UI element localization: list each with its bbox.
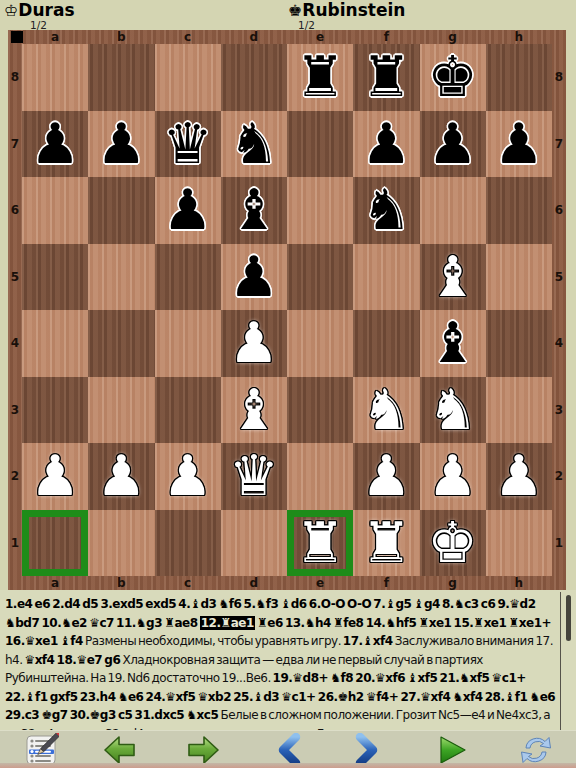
square-g2[interactable]: ♟ <box>420 443 486 510</box>
scrollbar-thumb[interactable] <box>566 595 571 641</box>
rank-label-6: 6 <box>552 177 566 244</box>
arrow-left-icon <box>102 734 138 766</box>
square-a1[interactable] <box>22 510 88 577</box>
piece-white-pawn-d4[interactable]: ♟ <box>221 310 287 377</box>
square-g7[interactable]: ♟ <box>420 111 486 178</box>
square-h6[interactable] <box>486 177 552 244</box>
square-e5[interactable] <box>287 244 353 311</box>
square-a6[interactable] <box>22 177 88 244</box>
file-label-e: e <box>287 30 353 44</box>
rank-label-2: 2 <box>8 443 22 510</box>
square-b5[interactable] <box>88 244 154 311</box>
piece-white-rook-f1[interactable]: ♜ <box>353 510 419 577</box>
square-e8[interactable]: ♜ <box>287 44 353 111</box>
file-label-e: e <box>287 576 353 590</box>
square-h8[interactable] <box>486 44 552 111</box>
square-c7[interactable]: ♛ <box>155 111 221 178</box>
file-label-g: g <box>420 576 486 590</box>
piece-black-bishop-g4[interactable]: ♝ <box>420 310 486 377</box>
square-e3[interactable] <box>287 377 353 444</box>
piece-black-pawn-b7[interactable]: ♟ <box>88 111 154 178</box>
piece-black-pawn-h7[interactable]: ♟ <box>486 111 552 178</box>
arrow-right-icon <box>185 734 221 766</box>
square-e4[interactable] <box>287 310 353 377</box>
piece-white-queen-d2[interactable]: ♛ <box>221 443 287 510</box>
square-d3[interactable]: ♝ <box>221 377 287 444</box>
rank-label-2: 2 <box>552 443 566 510</box>
piece-white-pawn-h2[interactable]: ♟ <box>486 443 552 510</box>
piece-white-knight-g3[interactable]: ♞ <box>420 377 486 444</box>
black-player: ♚Rubinstein 1/2 <box>288 1 405 31</box>
square-g5[interactable]: ♝ <box>420 244 486 311</box>
square-h7[interactable]: ♟ <box>486 111 552 178</box>
square-e1[interactable]: ♜ <box>287 510 353 577</box>
rank-label-5: 5 <box>552 244 566 311</box>
rank-label-8: 8 <box>552 44 566 111</box>
rank-label-4: 4 <box>8 310 22 377</box>
file-label-h: h <box>486 30 552 44</box>
piece-white-rook-e1[interactable]: ♜ <box>287 510 353 577</box>
piece-black-rook-f8[interactable]: ♜ <box>353 44 419 111</box>
notation-segment-4[interactable]: 17.♝xf4 <box>343 634 395 648</box>
refresh-icon <box>518 733 554 767</box>
square-b8[interactable] <box>88 44 154 111</box>
piece-black-knight-f6[interactable]: ♞ <box>353 177 419 244</box>
square-f5[interactable] <box>353 244 419 311</box>
square-g3[interactable]: ♞ <box>420 377 486 444</box>
piece-white-king-g1[interactable]: ♚ <box>420 510 486 577</box>
piece-black-knight-d7[interactable]: ♞ <box>221 111 287 178</box>
square-h4[interactable] <box>486 310 552 377</box>
square-b2[interactable]: ♟ <box>88 443 154 510</box>
square-h3[interactable] <box>486 377 552 444</box>
rank-label-5: 5 <box>8 244 22 311</box>
file-label-b: b <box>88 30 154 44</box>
square-d4[interactable]: ♟ <box>221 310 287 377</box>
square-f8[interactable]: ♜ <box>353 44 419 111</box>
square-c2[interactable]: ♟ <box>155 443 221 510</box>
piece-black-queen-c7[interactable]: ♛ <box>155 111 221 178</box>
rank-label-7: 7 <box>8 111 22 178</box>
file-labels-bottom: abcdefgh <box>22 576 552 590</box>
square-a8[interactable] <box>22 44 88 111</box>
rank-label-3: 3 <box>8 377 22 444</box>
autoplay-button[interactable] <box>434 733 470 767</box>
file-label-a: a <box>22 576 88 590</box>
bottom-edge-strip <box>0 763 576 768</box>
square-c6[interactable]: ♟ <box>155 177 221 244</box>
file-label-f: f <box>353 30 419 44</box>
refresh-button[interactable] <box>518 733 554 767</box>
black-to-move-indicator <box>11 31 23 43</box>
file-label-d: d <box>221 30 287 44</box>
square-h1[interactable] <box>486 510 552 577</box>
piece-black-pawn-f7[interactable]: ♟ <box>353 111 419 178</box>
square-d1[interactable] <box>221 510 287 577</box>
square-c1[interactable] <box>155 510 221 577</box>
square-a4[interactable] <box>22 310 88 377</box>
square-f1[interactable]: ♜ <box>353 510 419 577</box>
turn-indicator-corner <box>8 30 22 44</box>
square-d8[interactable] <box>221 44 287 111</box>
white-player: ♔Duras 1/2 <box>4 1 75 31</box>
square-d2[interactable]: ♛ <box>221 443 287 510</box>
piece-black-rook-e8[interactable]: ♜ <box>287 44 353 111</box>
piece-black-pawn-a7[interactable]: ♟ <box>22 111 88 178</box>
file-label-c: c <box>155 576 221 590</box>
square-c5[interactable] <box>155 244 221 311</box>
square-h5[interactable] <box>486 244 552 311</box>
square-f4[interactable] <box>353 310 419 377</box>
piece-black-pawn-g7[interactable]: ♟ <box>420 111 486 178</box>
game-header: ♔Duras 1/2 ♚Rubinstein 1/2 <box>0 0 576 30</box>
step-forward-button[interactable] <box>185 733 221 767</box>
square-h2[interactable]: ♟ <box>486 443 552 510</box>
black-player-name: ♚Rubinstein <box>288 1 405 20</box>
square-f3[interactable]: ♞ <box>353 377 419 444</box>
chevron-right-icon <box>350 733 382 767</box>
rank-label-1: 1 <box>552 510 566 577</box>
square-c4[interactable] <box>155 310 221 377</box>
chess-board: abcdefgh 87654321 ♜♜♚♟♟♛♞♟♟♟♟♝♞♟♝♟♝♝♞♞♟♟… <box>8 30 566 590</box>
white-player-name: ♔Duras <box>4 1 75 20</box>
square-c8[interactable] <box>155 44 221 111</box>
square-b3[interactable] <box>88 377 154 444</box>
square-b4[interactable] <box>88 310 154 377</box>
step-back-button[interactable] <box>102 733 138 767</box>
piece-white-bishop-d3[interactable]: ♝ <box>221 377 287 444</box>
square-a5[interactable] <box>22 244 88 311</box>
rank-labels-left: 87654321 <box>8 44 22 576</box>
square-g1[interactable]: ♚ <box>420 510 486 577</box>
file-label-d: d <box>221 576 287 590</box>
rank-label-6: 6 <box>8 177 22 244</box>
square-e7[interactable] <box>287 111 353 178</box>
black-king-icon: ♚ <box>288 1 302 20</box>
square-e6[interactable] <box>287 177 353 244</box>
square-b7[interactable]: ♟ <box>88 111 154 178</box>
square-g6[interactable] <box>420 177 486 244</box>
square-d6[interactable]: ♝ <box>221 177 287 244</box>
play-icon <box>435 734 469 766</box>
file-label-a: a <box>22 30 88 44</box>
square-f2[interactable]: ♟ <box>353 443 419 510</box>
square-g4[interactable]: ♝ <box>420 310 486 377</box>
rank-label-8: 8 <box>8 44 22 111</box>
square-b6[interactable] <box>88 177 154 244</box>
rank-label-4: 4 <box>552 310 566 377</box>
piece-white-bishop-g5[interactable]: ♝ <box>420 244 486 311</box>
piece-white-pawn-g2[interactable]: ♟ <box>420 443 486 510</box>
square-g8[interactable]: ♚ <box>420 44 486 111</box>
file-label-b: b <box>88 576 154 590</box>
notation-segment-6[interactable]: ♛xf4 18.♛e7 g6 <box>24 653 122 667</box>
file-label-h: h <box>486 576 552 590</box>
square-a2[interactable]: ♟ <box>22 443 88 510</box>
list-icon <box>25 733 59 767</box>
file-labels-top: abcdefgh <box>22 30 552 44</box>
square-a3[interactable] <box>22 377 88 444</box>
square-a7[interactable]: ♟ <box>22 111 88 178</box>
piece-white-pawn-f2[interactable]: ♟ <box>353 443 419 510</box>
square-c3[interactable] <box>155 377 221 444</box>
white-king-icon: ♔ <box>4 1 18 20</box>
piece-black-pawn-c6[interactable]: ♟ <box>155 177 221 244</box>
rank-labels-right: 87654321 <box>552 44 566 576</box>
square-e2[interactable] <box>287 443 353 510</box>
notation-segment-3[interactable]: Размены необходимы, чтобы уравнять игру. <box>85 634 343 648</box>
piece-black-bishop-d6[interactable]: ♝ <box>221 177 287 244</box>
piece-black-pawn-d5[interactable]: ♟ <box>221 244 287 311</box>
board-squares: ♜♜♚♟♟♛♞♟♟♟♟♝♞♟♝♟♝♝♞♞♟♟♟♛♟♟♟♜♜♚ <box>22 44 552 576</box>
piece-white-pawn-c2[interactable]: ♟ <box>155 443 221 510</box>
piece-white-knight-f3[interactable]: ♞ <box>353 377 419 444</box>
rank-label-7: 7 <box>552 111 566 178</box>
file-label-g: g <box>420 30 486 44</box>
game-list-button[interactable] <box>24 733 60 767</box>
square-d5[interactable]: ♟ <box>221 244 287 311</box>
file-label-f: f <box>353 576 419 590</box>
piece-black-king-g8[interactable]: ♚ <box>420 44 486 111</box>
chevron-left-icon <box>274 733 306 767</box>
piece-white-pawn-a2[interactable]: ♟ <box>22 443 88 510</box>
square-d7[interactable]: ♞ <box>221 111 287 178</box>
jump-to-start-button[interactable] <box>272 733 308 767</box>
rank-label-1: 1 <box>8 510 22 577</box>
square-f6[interactable]: ♞ <box>353 177 419 244</box>
rank-label-3: 3 <box>552 377 566 444</box>
current-move[interactable]: 12.♜ae1 <box>200 616 255 630</box>
piece-white-pawn-b2[interactable]: ♟ <box>88 443 154 510</box>
square-f7[interactable]: ♟ <box>353 111 419 178</box>
jump-to-end-button[interactable] <box>348 733 384 767</box>
square-b1[interactable] <box>88 510 154 577</box>
file-label-c: c <box>155 30 221 44</box>
